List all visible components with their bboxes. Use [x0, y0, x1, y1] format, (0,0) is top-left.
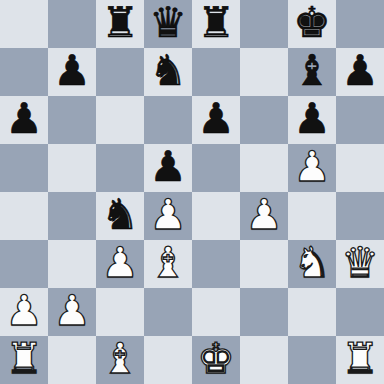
square-h8[interactable] — [336, 0, 384, 48]
square-g7[interactable]: ♝ — [288, 48, 336, 96]
piece-black-knight[interactable]: ♞ — [101, 191, 139, 239]
square-d5[interactable]: ♟ — [144, 144, 192, 192]
square-d7[interactable]: ♞ — [144, 48, 192, 96]
piece-black-rook[interactable]: ♜ — [101, 0, 139, 47]
square-b7[interactable]: ♟ — [48, 48, 96, 96]
piece-black-king[interactable]: ♚ — [293, 0, 331, 47]
square-e8[interactable]: ♜ — [192, 0, 240, 48]
square-b3[interactable] — [48, 240, 96, 288]
square-d8[interactable]: ♛ — [144, 0, 192, 48]
square-f4[interactable]: ♟ — [240, 192, 288, 240]
piece-white-rook[interactable]: ♜ — [341, 335, 379, 383]
square-d3[interactable]: ♝ — [144, 240, 192, 288]
square-g4[interactable] — [288, 192, 336, 240]
square-f6[interactable] — [240, 96, 288, 144]
square-a3[interactable] — [0, 240, 48, 288]
square-h7[interactable]: ♟ — [336, 48, 384, 96]
piece-black-queen[interactable]: ♛ — [149, 0, 187, 47]
square-h4[interactable] — [336, 192, 384, 240]
chess-board: ♜♛♜♚♟♞♝♟♟♟♟♟♟♞♟♟♟♝♞♛♟♟♜♝♚♜ — [0, 0, 384, 384]
square-f5[interactable] — [240, 144, 288, 192]
square-f2[interactable] — [240, 288, 288, 336]
square-c3[interactable]: ♟ — [96, 240, 144, 288]
square-a8[interactable] — [0, 0, 48, 48]
square-b1[interactable] — [48, 336, 96, 384]
square-c2[interactable] — [96, 288, 144, 336]
piece-black-rook[interactable]: ♜ — [197, 0, 235, 47]
square-c5[interactable] — [96, 144, 144, 192]
square-d4[interactable]: ♟ — [144, 192, 192, 240]
square-a7[interactable] — [0, 48, 48, 96]
square-g1[interactable] — [288, 336, 336, 384]
piece-black-bishop[interactable]: ♝ — [293, 47, 331, 95]
piece-black-pawn[interactable]: ♟ — [293, 95, 331, 143]
square-g2[interactable] — [288, 288, 336, 336]
square-f3[interactable] — [240, 240, 288, 288]
piece-white-knight[interactable]: ♞ — [293, 239, 331, 287]
piece-white-queen[interactable]: ♛ — [341, 239, 379, 287]
square-c8[interactable]: ♜ — [96, 0, 144, 48]
square-a2[interactable]: ♟ — [0, 288, 48, 336]
square-c7[interactable] — [96, 48, 144, 96]
square-b2[interactable]: ♟ — [48, 288, 96, 336]
square-b6[interactable] — [48, 96, 96, 144]
square-g3[interactable]: ♞ — [288, 240, 336, 288]
square-c6[interactable] — [96, 96, 144, 144]
piece-black-pawn[interactable]: ♟ — [5, 95, 43, 143]
square-e4[interactable] — [192, 192, 240, 240]
square-c1[interactable]: ♝ — [96, 336, 144, 384]
piece-white-pawn[interactable]: ♟ — [149, 191, 187, 239]
square-a4[interactable] — [0, 192, 48, 240]
piece-white-rook[interactable]: ♜ — [5, 335, 43, 383]
square-b4[interactable] — [48, 192, 96, 240]
square-a5[interactable] — [0, 144, 48, 192]
square-b8[interactable] — [48, 0, 96, 48]
square-a6[interactable]: ♟ — [0, 96, 48, 144]
square-g5[interactable]: ♟ — [288, 144, 336, 192]
piece-white-king[interactable]: ♚ — [197, 335, 235, 383]
piece-black-pawn[interactable]: ♟ — [149, 143, 187, 191]
piece-black-pawn[interactable]: ♟ — [197, 95, 235, 143]
piece-white-bishop[interactable]: ♝ — [149, 239, 187, 287]
square-g8[interactable]: ♚ — [288, 0, 336, 48]
square-c4[interactable]: ♞ — [96, 192, 144, 240]
square-d2[interactable] — [144, 288, 192, 336]
piece-white-pawn[interactable]: ♟ — [5, 287, 43, 335]
square-f1[interactable] — [240, 336, 288, 384]
piece-white-pawn[interactable]: ♟ — [293, 143, 331, 191]
square-b5[interactable] — [48, 144, 96, 192]
piece-white-pawn[interactable]: ♟ — [101, 239, 139, 287]
square-e6[interactable]: ♟ — [192, 96, 240, 144]
square-h1[interactable]: ♜ — [336, 336, 384, 384]
piece-black-pawn[interactable]: ♟ — [341, 47, 379, 95]
square-h6[interactable] — [336, 96, 384, 144]
piece-white-pawn[interactable]: ♟ — [245, 191, 283, 239]
piece-black-knight[interactable]: ♞ — [149, 47, 187, 95]
square-h2[interactable] — [336, 288, 384, 336]
square-e1[interactable]: ♚ — [192, 336, 240, 384]
square-e7[interactable] — [192, 48, 240, 96]
square-f8[interactable] — [240, 0, 288, 48]
square-d1[interactable] — [144, 336, 192, 384]
square-f7[interactable] — [240, 48, 288, 96]
square-a1[interactable]: ♜ — [0, 336, 48, 384]
square-e5[interactable] — [192, 144, 240, 192]
square-e3[interactable] — [192, 240, 240, 288]
square-h3[interactable]: ♛ — [336, 240, 384, 288]
square-g6[interactable]: ♟ — [288, 96, 336, 144]
square-d6[interactable] — [144, 96, 192, 144]
square-e2[interactable] — [192, 288, 240, 336]
piece-white-pawn[interactable]: ♟ — [53, 287, 91, 335]
square-h5[interactable] — [336, 144, 384, 192]
piece-white-bishop[interactable]: ♝ — [101, 335, 139, 383]
piece-black-pawn[interactable]: ♟ — [53, 47, 91, 95]
